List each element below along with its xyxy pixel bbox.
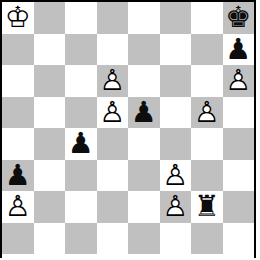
square-c6[interactable] xyxy=(65,65,97,97)
pawn-glyph: ♟ xyxy=(2,160,34,192)
square-f4[interactable] xyxy=(160,128,192,160)
white-pawn-icon: ♟♙ xyxy=(97,65,129,97)
square-e4[interactable] xyxy=(128,128,160,160)
square-g3[interactable] xyxy=(191,160,223,192)
square-b2[interactable] xyxy=(34,191,66,223)
square-g1[interactable] xyxy=(191,223,223,255)
square-g7[interactable] xyxy=(191,34,223,66)
square-f5[interactable] xyxy=(160,97,192,129)
square-g2[interactable]: ♜ xyxy=(191,191,223,223)
square-c3[interactable] xyxy=(65,160,97,192)
black-pawn-icon: ♟ xyxy=(128,97,160,129)
square-d8[interactable] xyxy=(97,2,129,34)
square-h5[interactable] xyxy=(223,97,255,129)
square-c8[interactable] xyxy=(65,2,97,34)
black-king-icon: ♚ xyxy=(223,2,255,34)
square-b7[interactable] xyxy=(34,34,66,66)
white-pawn-icon: ♟♙ xyxy=(160,160,192,192)
square-f2[interactable]: ♟♙ xyxy=(160,191,192,223)
square-c1[interactable] xyxy=(65,223,97,255)
black-pawn-icon: ♟ xyxy=(223,34,255,66)
pawn-outline-layer: ♙ xyxy=(223,65,255,97)
white-king-icon: ♚♔ xyxy=(2,2,34,34)
pawn-outline-layer: ♙ xyxy=(97,97,129,129)
square-e1[interactable] xyxy=(128,223,160,255)
square-d3[interactable] xyxy=(97,160,129,192)
king-glyph: ♚ xyxy=(223,2,255,34)
square-a4[interactable] xyxy=(2,128,34,160)
square-b1[interactable] xyxy=(34,223,66,255)
square-g6[interactable] xyxy=(191,65,223,97)
square-d6[interactable]: ♟♙ xyxy=(97,65,129,97)
square-h2[interactable] xyxy=(223,191,255,223)
white-pawn-icon: ♟♙ xyxy=(160,191,192,223)
square-f7[interactable] xyxy=(160,34,192,66)
pawn-outline-layer: ♙ xyxy=(160,160,192,192)
square-c5[interactable] xyxy=(65,97,97,129)
square-a7[interactable] xyxy=(2,34,34,66)
pawn-outline-layer: ♙ xyxy=(2,191,34,223)
pawn-glyph: ♟ xyxy=(223,34,255,66)
square-h4[interactable] xyxy=(223,128,255,160)
chess-board: ♚♔♚♟♟♙♟♙♟♙♟♟♙♟♟♟♙♟♙♟♙♜ xyxy=(2,2,254,254)
pawn-outline-layer: ♙ xyxy=(97,65,129,97)
white-pawn-icon: ♟♙ xyxy=(2,191,34,223)
square-d7[interactable] xyxy=(97,34,129,66)
square-c2[interactable] xyxy=(65,191,97,223)
king-outline-layer: ♔ xyxy=(2,2,34,34)
square-h8[interactable]: ♚ xyxy=(223,2,255,34)
square-a5[interactable] xyxy=(2,97,34,129)
square-e8[interactable] xyxy=(128,2,160,34)
square-a2[interactable]: ♟♙ xyxy=(2,191,34,223)
pawn-outline-layer: ♙ xyxy=(160,191,192,223)
black-rook-icon: ♜ xyxy=(191,191,223,223)
pawn-outline-layer: ♙ xyxy=(191,97,223,129)
square-h7[interactable]: ♟ xyxy=(223,34,255,66)
square-h1[interactable] xyxy=(223,223,255,255)
square-b4[interactable] xyxy=(34,128,66,160)
square-g5[interactable]: ♟♙ xyxy=(191,97,223,129)
square-e7[interactable] xyxy=(128,34,160,66)
square-b8[interactable] xyxy=(34,2,66,34)
square-f1[interactable] xyxy=(160,223,192,255)
square-c4[interactable]: ♟ xyxy=(65,128,97,160)
square-g8[interactable] xyxy=(191,2,223,34)
pawn-glyph: ♟ xyxy=(65,128,97,160)
white-pawn-icon: ♟♙ xyxy=(191,97,223,129)
square-e3[interactable] xyxy=(128,160,160,192)
square-e6[interactable] xyxy=(128,65,160,97)
square-g4[interactable] xyxy=(191,128,223,160)
square-f3[interactable]: ♟♙ xyxy=(160,160,192,192)
square-d2[interactable] xyxy=(97,191,129,223)
square-c7[interactable] xyxy=(65,34,97,66)
square-e2[interactable] xyxy=(128,191,160,223)
rook-glyph: ♜ xyxy=(191,191,223,223)
square-d4[interactable] xyxy=(97,128,129,160)
square-h6[interactable]: ♟♙ xyxy=(223,65,255,97)
square-b6[interactable] xyxy=(34,65,66,97)
pawn-glyph: ♟ xyxy=(128,97,160,129)
square-d5[interactable]: ♟♙ xyxy=(97,97,129,129)
square-e5[interactable]: ♟ xyxy=(128,97,160,129)
square-a6[interactable] xyxy=(2,65,34,97)
black-pawn-icon: ♟ xyxy=(2,160,34,192)
square-f6[interactable] xyxy=(160,65,192,97)
square-h3[interactable] xyxy=(223,160,255,192)
white-pawn-icon: ♟♙ xyxy=(223,65,255,97)
square-a1[interactable] xyxy=(2,223,34,255)
square-a3[interactable]: ♟ xyxy=(2,160,34,192)
square-a8[interactable]: ♚♔ xyxy=(2,2,34,34)
square-d1[interactable] xyxy=(97,223,129,255)
square-b5[interactable] xyxy=(34,97,66,129)
black-pawn-icon: ♟ xyxy=(65,128,97,160)
square-f8[interactable] xyxy=(160,2,192,34)
white-pawn-icon: ♟♙ xyxy=(97,97,129,129)
square-b3[interactable] xyxy=(34,160,66,192)
